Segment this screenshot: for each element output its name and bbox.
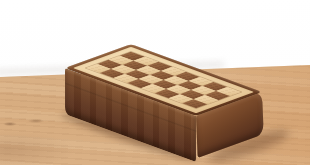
photo-frame	[0, 0, 310, 165]
scene	[0, 0, 310, 165]
